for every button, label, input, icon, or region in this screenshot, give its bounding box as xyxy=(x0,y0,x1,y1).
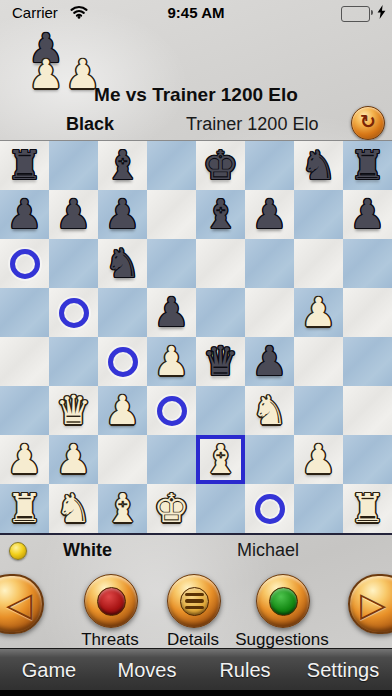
piece-white-bishop: ♝ xyxy=(105,484,141,533)
square-g2[interactable]: ♟ xyxy=(294,435,343,484)
suggestions-button[interactable] xyxy=(256,574,310,628)
piece-white-pawn: ♟ xyxy=(7,435,43,484)
piece-black-pawn: ♟ xyxy=(350,190,386,239)
square-a5[interactable] xyxy=(0,288,49,337)
square-a4[interactable] xyxy=(0,337,49,386)
chess-board: ♜♝♚♞♜♟♟♟♝♟♟♞♟♟♟♛♟♛♟♞♟♟♝♟♜♞♝♚♜ xyxy=(0,140,392,535)
white-player-bar: White Michael xyxy=(0,534,392,572)
square-b7[interactable]: ♟ xyxy=(49,190,98,239)
back-arrow-icon: ◁ xyxy=(6,576,32,632)
piece-white-pawn: ♟ xyxy=(154,337,190,386)
square-c2[interactable] xyxy=(98,435,147,484)
square-a7[interactable]: ♟ xyxy=(0,190,49,239)
square-c4[interactable] xyxy=(98,337,147,386)
square-f2[interactable] xyxy=(245,435,294,484)
white-player-name: Michael xyxy=(237,540,299,561)
tab-rules[interactable]: Rules xyxy=(196,659,294,682)
square-c7[interactable]: ♟ xyxy=(98,190,147,239)
square-e6[interactable] xyxy=(196,239,245,288)
square-b6[interactable] xyxy=(49,239,98,288)
square-d2[interactable] xyxy=(147,435,196,484)
legal-move-marker xyxy=(255,494,285,524)
square-b2[interactable]: ♟ xyxy=(49,435,98,484)
square-c1[interactable]: ♝ xyxy=(98,484,147,533)
next-move-button[interactable]: ▷ xyxy=(348,574,392,634)
square-d8[interactable] xyxy=(147,141,196,190)
square-d6[interactable] xyxy=(147,239,196,288)
tab-settings[interactable]: Settings xyxy=(294,659,392,682)
square-b5[interactable] xyxy=(49,288,98,337)
piece-white-rook: ♜ xyxy=(350,484,386,533)
piece-black-pawn: ♟ xyxy=(56,190,92,239)
square-f8[interactable] xyxy=(245,141,294,190)
square-e7[interactable]: ♝ xyxy=(196,190,245,239)
previous-move-button[interactable]: ◁ xyxy=(0,574,44,634)
legal-move-marker xyxy=(108,347,138,377)
threats-button[interactable] xyxy=(84,574,138,628)
square-e5[interactable] xyxy=(196,288,245,337)
square-h4[interactable] xyxy=(343,337,392,386)
square-g7[interactable] xyxy=(294,190,343,239)
piece-white-queen: ♛ xyxy=(56,386,92,435)
piece-white-pawn: ♟ xyxy=(105,386,141,435)
square-h5[interactable] xyxy=(343,288,392,337)
square-c5[interactable] xyxy=(98,288,147,337)
piece-white-pawn: ♟ xyxy=(56,435,92,484)
square-e3[interactable] xyxy=(196,386,245,435)
details-list-icon xyxy=(180,587,209,616)
piece-white-pawn: ♟ xyxy=(301,288,337,337)
flip-board-button[interactable]: ↻ xyxy=(351,106,385,140)
home-indicator-strip xyxy=(0,690,392,696)
piece-black-pawn: ♟ xyxy=(105,190,141,239)
suggestions-green-light-icon xyxy=(269,587,298,616)
bottom-tab-bar: Game Moves Rules Settings xyxy=(0,648,392,691)
square-h7[interactable]: ♟ xyxy=(343,190,392,239)
square-g5[interactable]: ♟ xyxy=(294,288,343,337)
piece-white-rook: ♜ xyxy=(7,484,43,533)
square-f3[interactable]: ♞ xyxy=(245,386,294,435)
square-h2[interactable] xyxy=(343,435,392,484)
battery-icon xyxy=(341,6,370,22)
square-f5[interactable] xyxy=(245,288,294,337)
legal-move-marker xyxy=(59,298,89,328)
square-a8[interactable]: ♜ xyxy=(0,141,49,190)
turn-indicator-dot xyxy=(9,542,27,560)
square-g3[interactable] xyxy=(294,386,343,435)
square-d4[interactable]: ♟ xyxy=(147,337,196,386)
square-d1[interactable]: ♚ xyxy=(147,484,196,533)
square-e8[interactable]: ♚ xyxy=(196,141,245,190)
tab-moves[interactable]: Moves xyxy=(98,659,196,682)
square-b1[interactable]: ♞ xyxy=(49,484,98,533)
black-player-name: Trainer 1200 Elo xyxy=(186,114,318,135)
details-label: Details xyxy=(142,630,244,650)
square-a1[interactable]: ♜ xyxy=(0,484,49,533)
square-f1[interactable] xyxy=(245,484,294,533)
square-b3[interactable]: ♛ xyxy=(49,386,98,435)
square-f7[interactable]: ♟ xyxy=(245,190,294,239)
piece-black-pawn: ♟ xyxy=(7,190,43,239)
piece-black-pawn: ♟ xyxy=(154,288,190,337)
square-b8[interactable] xyxy=(49,141,98,190)
black-player-bar: Black Trainer 1200 Elo ↻ xyxy=(0,112,392,140)
square-g8[interactable]: ♞ xyxy=(294,141,343,190)
suggestions-label: Suggestions xyxy=(230,630,334,650)
square-e1[interactable] xyxy=(196,484,245,533)
control-bar: ◁ ▷ Threats Details Suggestions xyxy=(0,572,392,646)
square-d5[interactable]: ♟ xyxy=(147,288,196,337)
square-h6[interactable] xyxy=(343,239,392,288)
piece-black-pawn: ♟ xyxy=(252,337,288,386)
piece-black-rook: ♜ xyxy=(350,141,386,190)
captured-black-pieces-row: ♟ xyxy=(28,24,148,50)
square-f4[interactable]: ♟ xyxy=(245,337,294,386)
app-screen: Carrier 9:45 AM ♟ ♟♟ Me vs Trainer 1200 … xyxy=(0,0,392,696)
game-title: Me vs Trainer 1200 Elo xyxy=(0,84,392,106)
forward-arrow-icon: ▷ xyxy=(360,576,386,632)
square-d7[interactable] xyxy=(147,190,196,239)
square-h8[interactable]: ♜ xyxy=(343,141,392,190)
piece-white-king: ♚ xyxy=(154,484,190,533)
square-h1[interactable]: ♜ xyxy=(343,484,392,533)
square-c6[interactable]: ♞ xyxy=(98,239,147,288)
piece-black-pawn: ♟ xyxy=(252,190,288,239)
legal-move-marker xyxy=(157,396,187,426)
rotate-arrows-icon: ↻ xyxy=(360,111,376,132)
charging-bolt-icon xyxy=(377,5,386,23)
piece-white-pawn: ♟ xyxy=(301,435,337,484)
piece-white-knight: ♞ xyxy=(56,484,92,533)
square-c3[interactable]: ♟ xyxy=(98,386,147,435)
black-side-label: Black xyxy=(66,114,114,135)
square-e4[interactable]: ♛ xyxy=(196,337,245,386)
clock-label: 9:45 AM xyxy=(0,4,392,21)
details-button[interactable] xyxy=(167,574,221,628)
legal-move-marker xyxy=(10,249,40,279)
square-f6[interactable] xyxy=(245,239,294,288)
square-d3[interactable] xyxy=(147,386,196,435)
piece-black-knight: ♞ xyxy=(105,239,141,288)
square-c8[interactable]: ♝ xyxy=(98,141,147,190)
piece-black-rook: ♜ xyxy=(7,141,43,190)
square-a6[interactable] xyxy=(0,239,49,288)
square-g6[interactable] xyxy=(294,239,343,288)
square-g1[interactable] xyxy=(294,484,343,533)
threats-red-light-icon xyxy=(97,587,126,616)
piece-black-bishop: ♝ xyxy=(105,141,141,190)
square-e2[interactable]: ♝ xyxy=(196,435,245,484)
white-side-label: White xyxy=(63,540,112,561)
piece-black-queen: ♛ xyxy=(203,337,239,386)
piece-black-bishop: ♝ xyxy=(203,190,239,239)
status-bar: Carrier 9:45 AM xyxy=(0,0,392,25)
captured-white-pieces-row: ♟♟ xyxy=(28,50,148,76)
square-h3[interactable] xyxy=(343,386,392,435)
piece-white-knight: ♞ xyxy=(252,386,288,435)
tab-game[interactable]: Game xyxy=(0,659,98,682)
piece-white-bishop: ♝ xyxy=(203,435,239,484)
piece-black-king: ♚ xyxy=(203,141,239,190)
piece-black-knight: ♞ xyxy=(301,141,337,190)
square-a3[interactable] xyxy=(0,386,49,435)
square-a2[interactable]: ♟ xyxy=(0,435,49,484)
square-g4[interactable] xyxy=(294,337,343,386)
captured-pieces-tray: ♟ ♟♟ xyxy=(28,24,148,76)
square-b4[interactable] xyxy=(49,337,98,386)
